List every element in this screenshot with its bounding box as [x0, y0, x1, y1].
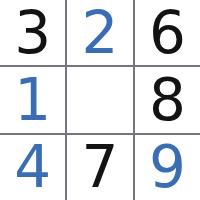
cell-r2c3[interactable]: 8 — [135, 67, 200, 132]
cell-r3c2[interactable]: 7 — [67, 135, 132, 200]
cell-r1c3[interactable]: 6 — [135, 0, 200, 65]
cell-r1c2[interactable]: 2 — [67, 0, 132, 65]
sudoku-board: 3 2 6 1 8 4 7 9 — [0, 0, 200, 200]
cell-r2c1[interactable]: 1 — [0, 67, 65, 132]
cell-r2c2[interactable] — [67, 67, 132, 132]
cell-r1c1[interactable]: 3 — [0, 0, 65, 65]
cell-r3c1[interactable]: 4 — [0, 135, 65, 200]
cell-r3c3[interactable]: 9 — [135, 135, 200, 200]
